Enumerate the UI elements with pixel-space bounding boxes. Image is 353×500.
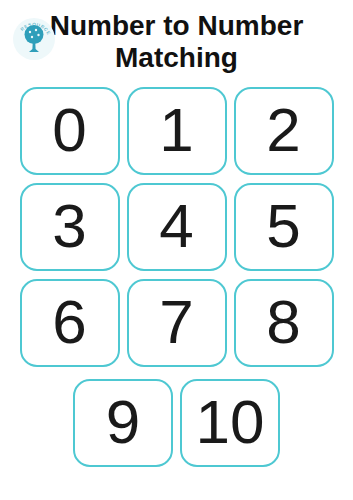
card-3[interactable]: 3 [20, 183, 120, 271]
card-number: 2 [266, 99, 300, 161]
card-grid: 0 1 2 3 4 5 6 7 8 9 10 [0, 87, 353, 467]
card-number: 8 [266, 291, 300, 353]
card-number: 0 [52, 99, 86, 161]
card-row-2: 3 4 5 [20, 183, 334, 271]
card-number: 3 [52, 195, 86, 257]
card-number: 9 [106, 391, 140, 453]
card-5[interactable]: 5 [234, 183, 334, 271]
card-number: 1 [159, 99, 193, 161]
card-0[interactable]: 0 [20, 87, 120, 175]
card-2[interactable]: 2 [234, 87, 334, 175]
tree-logo-icon: RESOURCE [12, 17, 56, 61]
card-9[interactable]: 9 [73, 379, 173, 467]
card-number: 5 [266, 195, 300, 257]
card-number: 6 [52, 291, 86, 353]
card-number: 4 [159, 195, 193, 257]
card-10[interactable]: 10 [180, 379, 280, 467]
card-row-1: 0 1 2 [20, 87, 334, 175]
card-number: 10 [196, 391, 265, 453]
header: RESOURCE Number to Number Matching [0, 0, 353, 74]
card-row-4: 9 10 [73, 379, 280, 467]
card-4[interactable]: 4 [127, 183, 227, 271]
worksheet-page: RESOURCE Number to Number Matching 0 1 2… [0, 0, 353, 500]
card-7[interactable]: 7 [127, 279, 227, 367]
card-8[interactable]: 8 [234, 279, 334, 367]
card-row-3: 6 7 8 [20, 279, 334, 367]
card-6[interactable]: 6 [20, 279, 120, 367]
card-number: 7 [159, 291, 193, 353]
card-1[interactable]: 1 [127, 87, 227, 175]
